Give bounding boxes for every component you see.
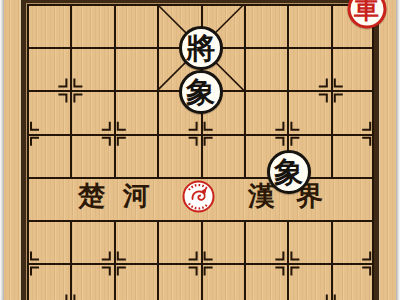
board-cell (27, 134, 70, 177)
board-cell (27, 263, 70, 300)
board-cell (287, 47, 330, 90)
board-cell (201, 220, 244, 263)
board-cell (114, 220, 157, 263)
board-cell (70, 134, 113, 177)
board-cell (244, 47, 287, 90)
board-cell (114, 90, 157, 133)
board-cell (331, 220, 374, 263)
board-cell (331, 263, 374, 300)
board-cell (157, 220, 200, 263)
board-cell (27, 47, 70, 90)
board-cell (70, 220, 113, 263)
image-right-edge (396, 0, 400, 300)
xiangqi-board: 楚河 漢界 車將象象 (0, 0, 400, 300)
board-cell (114, 263, 157, 300)
board-cell (27, 4, 70, 47)
board-cell (287, 90, 330, 133)
piece-black-general[interactable]: 將 (179, 26, 223, 70)
board-cell (27, 220, 70, 263)
board-cell (114, 4, 157, 47)
board-cell (70, 4, 113, 47)
board-cell (27, 90, 70, 133)
board-cell (114, 47, 157, 90)
dragon-seal-icon (182, 180, 215, 213)
board-cell (331, 47, 374, 90)
board-cell (287, 263, 330, 300)
board-cell (331, 134, 374, 177)
board-cell (70, 47, 113, 90)
piece-black-elephant-1[interactable]: 象 (179, 70, 223, 114)
board-cell (157, 134, 200, 177)
board-cell (70, 263, 113, 300)
board-cell (287, 220, 330, 263)
board-cell (157, 263, 200, 300)
river-label-chu-he: 楚河 (78, 183, 168, 210)
board-cell (244, 4, 287, 47)
board-cell (331, 90, 374, 133)
board-cell (27, 177, 70, 220)
image-left-edge (0, 0, 4, 300)
board-cell (114, 134, 157, 177)
board-cell (244, 220, 287, 263)
board-cell (201, 263, 244, 300)
piece-black-elephant-2[interactable]: 象 (267, 150, 311, 194)
board-cell (244, 263, 287, 300)
board-cell (244, 90, 287, 133)
board-cell (287, 4, 330, 47)
board-cell (70, 90, 113, 133)
board-cell (201, 134, 244, 177)
